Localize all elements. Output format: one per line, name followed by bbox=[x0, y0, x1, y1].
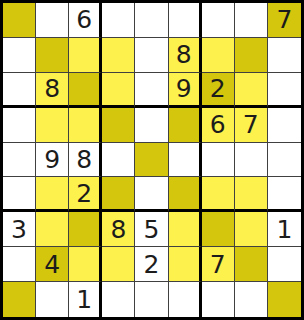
cell-r3c5[interactable] bbox=[169, 108, 202, 143]
cell-r5c1[interactable] bbox=[36, 177, 69, 212]
cell-r8c2[interactable]: 1 bbox=[69, 282, 102, 317]
cell-r4c8[interactable] bbox=[268, 143, 301, 178]
cell-r6c5[interactable] bbox=[169, 212, 202, 247]
sudoku-board: 6788926798238514271 bbox=[0, 0, 304, 320]
cell-r8c7[interactable] bbox=[235, 282, 268, 317]
cell-r2c1[interactable]: 8 bbox=[36, 73, 69, 108]
cell-r8c1[interactable] bbox=[36, 282, 69, 317]
cell-r2c5[interactable]: 9 bbox=[169, 73, 202, 108]
cell-r4c5[interactable] bbox=[169, 143, 202, 178]
cell-r7c1[interactable]: 4 bbox=[36, 247, 69, 282]
cell-r4c4[interactable] bbox=[135, 143, 168, 178]
cell-r0c2[interactable]: 6 bbox=[69, 3, 102, 38]
cell-r1c3[interactable] bbox=[102, 38, 135, 73]
cell-r5c3[interactable] bbox=[102, 177, 135, 212]
cell-r3c2[interactable] bbox=[69, 108, 102, 143]
cell-r6c2[interactable] bbox=[69, 212, 102, 247]
cell-r5c5[interactable] bbox=[169, 177, 202, 212]
cell-r0c5[interactable] bbox=[169, 3, 202, 38]
cell-r8c8[interactable] bbox=[268, 282, 301, 317]
cell-r2c7[interactable] bbox=[235, 73, 268, 108]
cell-r2c3[interactable] bbox=[102, 73, 135, 108]
cell-r3c7[interactable]: 7 bbox=[235, 108, 268, 143]
cell-r4c1[interactable]: 9 bbox=[36, 143, 69, 178]
cell-r6c6[interactable] bbox=[202, 212, 235, 247]
cell-r7c7[interactable] bbox=[235, 247, 268, 282]
cell-r0c3[interactable] bbox=[102, 3, 135, 38]
cell-r7c3[interactable] bbox=[102, 247, 135, 282]
cell-r5c7[interactable] bbox=[235, 177, 268, 212]
cell-r2c8[interactable] bbox=[268, 73, 301, 108]
cell-r4c7[interactable] bbox=[235, 143, 268, 178]
cell-r3c8[interactable] bbox=[268, 108, 301, 143]
cell-r5c6[interactable] bbox=[202, 177, 235, 212]
cell-r5c0[interactable] bbox=[3, 177, 36, 212]
cell-r3c6[interactable]: 6 bbox=[202, 108, 235, 143]
cell-r1c0[interactable] bbox=[3, 38, 36, 73]
cell-r1c8[interactable] bbox=[268, 38, 301, 73]
cell-r1c1[interactable] bbox=[36, 38, 69, 73]
cell-r6c1[interactable] bbox=[36, 212, 69, 247]
cell-r1c2[interactable] bbox=[69, 38, 102, 73]
cell-r4c2[interactable]: 8 bbox=[69, 143, 102, 178]
cell-r8c6[interactable] bbox=[202, 282, 235, 317]
cell-r8c3[interactable] bbox=[102, 282, 135, 317]
cell-r4c3[interactable] bbox=[102, 143, 135, 178]
cell-r0c0[interactable] bbox=[3, 3, 36, 38]
cell-r1c7[interactable] bbox=[235, 38, 268, 73]
cell-r5c4[interactable] bbox=[135, 177, 168, 212]
cell-r0c7[interactable] bbox=[235, 3, 268, 38]
cell-r8c5[interactable] bbox=[169, 282, 202, 317]
cell-r7c0[interactable] bbox=[3, 247, 36, 282]
cell-r0c6[interactable] bbox=[202, 3, 235, 38]
cell-r2c4[interactable] bbox=[135, 73, 168, 108]
cell-r7c4[interactable]: 2 bbox=[135, 247, 168, 282]
cell-r2c2[interactable] bbox=[69, 73, 102, 108]
cell-r2c6[interactable]: 2 bbox=[202, 73, 235, 108]
cell-r6c0[interactable]: 3 bbox=[3, 212, 36, 247]
cell-r0c1[interactable] bbox=[36, 3, 69, 38]
cell-r3c3[interactable] bbox=[102, 108, 135, 143]
cell-r3c0[interactable] bbox=[3, 108, 36, 143]
cell-r4c6[interactable] bbox=[202, 143, 235, 178]
sudoku-page: 6788926798238514271 bbox=[0, 0, 304, 320]
cell-r6c7[interactable] bbox=[235, 212, 268, 247]
cell-r1c6[interactable] bbox=[202, 38, 235, 73]
cell-r8c4[interactable] bbox=[135, 282, 168, 317]
cell-r6c8[interactable]: 1 bbox=[268, 212, 301, 247]
cell-r4c0[interactable] bbox=[3, 143, 36, 178]
cell-r7c6[interactable]: 7 bbox=[202, 247, 235, 282]
cell-r3c1[interactable] bbox=[36, 108, 69, 143]
cell-r3c4[interactable] bbox=[135, 108, 168, 143]
cell-r1c5[interactable]: 8 bbox=[169, 38, 202, 73]
cell-r2c0[interactable] bbox=[3, 73, 36, 108]
cell-r6c4[interactable]: 5 bbox=[135, 212, 168, 247]
cell-r7c2[interactable] bbox=[69, 247, 102, 282]
cell-r0c8[interactable]: 7 bbox=[268, 3, 301, 38]
cell-r8c0[interactable] bbox=[3, 282, 36, 317]
cell-r7c8[interactable] bbox=[268, 247, 301, 282]
cell-r5c8[interactable] bbox=[268, 177, 301, 212]
cell-r5c2[interactable]: 2 bbox=[69, 177, 102, 212]
cell-r1c4[interactable] bbox=[135, 38, 168, 73]
cell-r7c5[interactable] bbox=[169, 247, 202, 282]
cell-r0c4[interactable] bbox=[135, 3, 168, 38]
cell-r6c3[interactable]: 8 bbox=[102, 212, 135, 247]
